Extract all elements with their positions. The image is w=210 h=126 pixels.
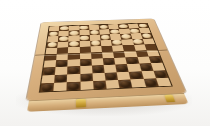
dark-piece[interactable] xyxy=(130,72,142,79)
dark-piece[interactable] xyxy=(81,74,92,81)
square-9-2[interactable] xyxy=(67,82,80,91)
dark-piece[interactable] xyxy=(68,82,79,90)
square-9-3[interactable] xyxy=(80,81,93,90)
dark-piece[interactable] xyxy=(55,75,66,82)
square-9-1[interactable] xyxy=(54,82,68,91)
dark-piece[interactable] xyxy=(80,59,90,65)
dark-piece[interactable] xyxy=(127,58,138,64)
dark-piece[interactable] xyxy=(105,73,117,80)
dark-piece[interactable] xyxy=(41,83,53,91)
dark-piece[interactable] xyxy=(68,67,79,74)
square-9-9[interactable] xyxy=(156,78,172,87)
dark-piece[interactable] xyxy=(43,68,54,75)
square-9-0[interactable] xyxy=(40,83,54,92)
dark-piece[interactable] xyxy=(119,80,131,88)
dark-piece[interactable] xyxy=(57,60,68,66)
dark-piece[interactable] xyxy=(94,81,106,89)
dark-piece[interactable] xyxy=(116,65,128,72)
dark-piece[interactable] xyxy=(154,71,167,78)
draughts-board xyxy=(27,19,187,101)
brass-hinge-right xyxy=(165,94,176,102)
square-9-4[interactable] xyxy=(93,80,107,89)
playing-area xyxy=(39,23,173,93)
dark-piece[interactable] xyxy=(104,58,115,64)
product-photo xyxy=(0,0,210,126)
dark-piece[interactable] xyxy=(93,66,104,73)
brass-hinge-left xyxy=(76,99,86,108)
dark-piece[interactable] xyxy=(149,57,161,63)
